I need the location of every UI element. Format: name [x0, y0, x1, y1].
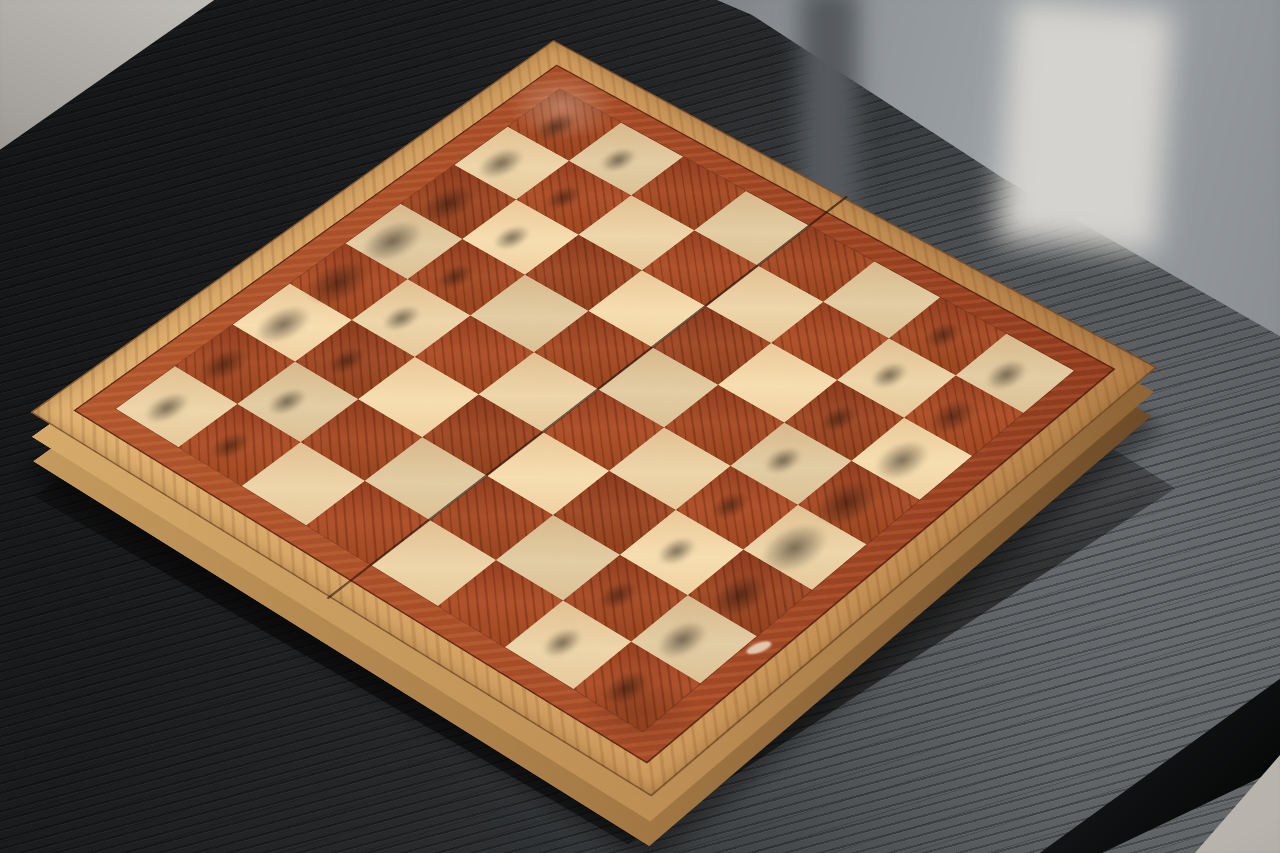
pawn-icon: ♟ [144, 354, 330, 456]
square-g4[interactable] [365, 437, 487, 520]
camera-tilt: ♜♞♝♛♚♝♞♜♟♟♟♟♟♟♟♟♟♟♟♟♟♟♟♟♜♞♝♛♚♝♞♜ [0, 0, 1280, 853]
chess-board: ♜♞♝♛♚♝♞♜♟♟♟♟♟♟♟♟♟♟♟♟♟♟♟♟♜♞♝♛♚♝♞♜ [30, 40, 1157, 797]
perspective-wrapper: ♜♞♝♛♚♝♞♜♟♟♟♟♟♟♟♟♟♟♟♟♟♟♟♟♜♞♝♛♚♝♞♜ [0, 0, 1280, 853]
rook-icon: ♜ [536, 577, 731, 698]
scene: ♜♞♝♛♚♝♞♜♟♟♟♟♟♟♟♟♟♟♟♟♟♟♟♟♜♞♝♛♚♝♞♜ [0, 0, 1280, 853]
square-f4[interactable] [422, 394, 543, 475]
